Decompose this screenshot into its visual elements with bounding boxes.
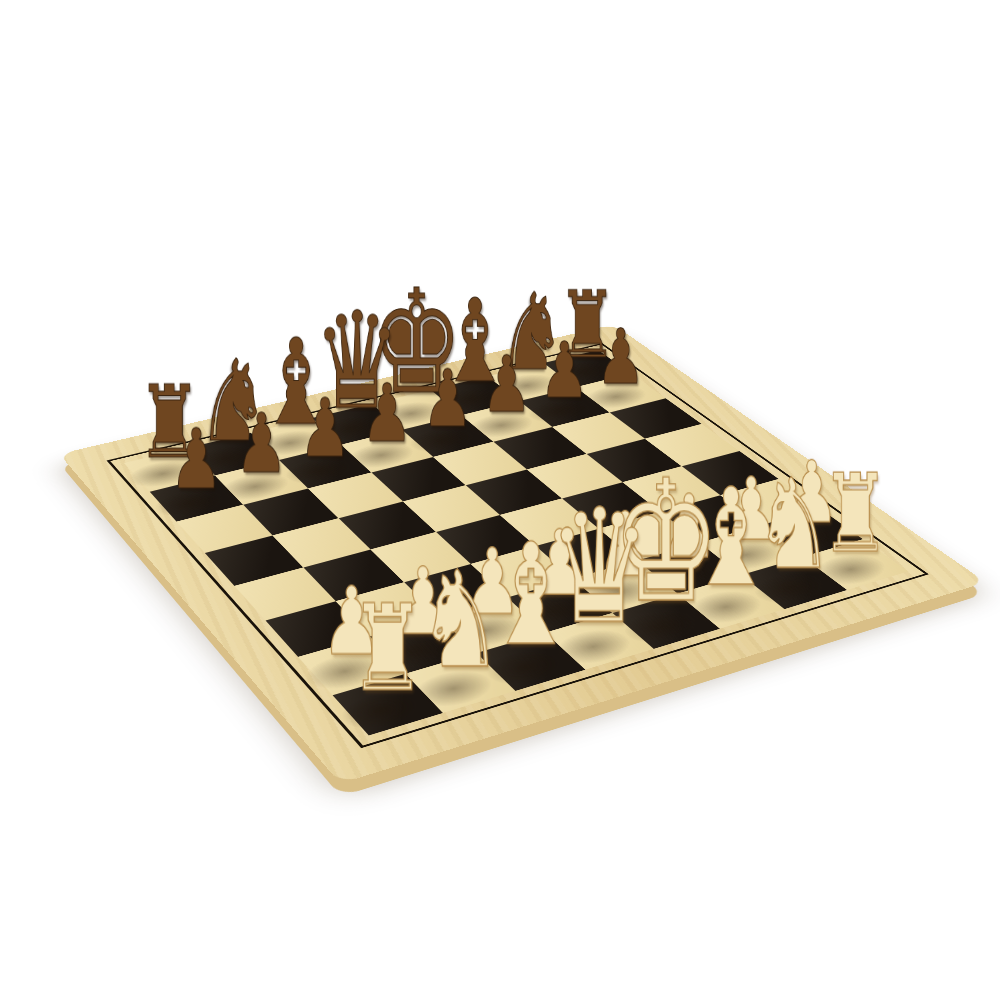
board-surface: ♜♞♝♛♚♝♞♜♟♟♟♟♟♟♟♟♟♟♟♟♟♟♟♟♜♞♝♛♚♝♞♜ xyxy=(59,324,986,783)
piece-white-rook-a1[interactable]: ♜ xyxy=(349,589,426,708)
chess-board: ♜♞♝♛♚♝♞♜♟♟♟♟♟♟♟♟♟♟♟♟♟♟♟♟♜♞♝♛♚♝♞♜ xyxy=(59,324,986,783)
piece-black-pawn-h7[interactable]: ♟ xyxy=(596,319,645,395)
photo-canvas: ♜♞♝♛♚♝♞♜♟♟♟♟♟♟♟♟♟♟♟♟♟♟♟♟♜♞♝♛♚♝♞♜ xyxy=(0,0,1000,1000)
piece-black-pawn-a7[interactable]: ♟ xyxy=(170,418,224,501)
piece-black-pawn-b7[interactable]: ♟ xyxy=(235,403,288,485)
piece-black-pawn-f7[interactable]: ♟ xyxy=(482,345,532,423)
piece-black-pawn-g7[interactable]: ♟ xyxy=(539,332,589,409)
piece-white-knight-b1[interactable]: ♞ xyxy=(417,553,503,686)
piece-black-pawn-c7[interactable]: ♟ xyxy=(299,388,351,469)
piece-black-pawn-e7[interactable]: ♟ xyxy=(422,359,473,438)
piece-black-pawn-d7[interactable]: ♟ xyxy=(361,373,413,453)
scene: ♜♞♝♛♚♝♞♜♟♟♟♟♟♟♟♟♟♟♟♟♟♟♟♟♜♞♝♛♚♝♞♜ xyxy=(0,0,1000,1000)
